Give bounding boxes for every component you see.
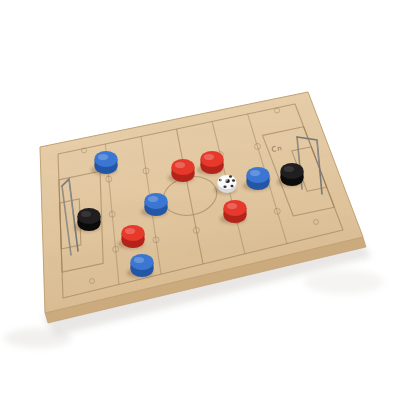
backdrop-smudge-right bbox=[304, 270, 384, 294]
ball-pattern-spot bbox=[232, 179, 235, 182]
ball-pattern-spot bbox=[229, 175, 232, 177]
piece-highlight bbox=[125, 228, 135, 234]
backdrop-smudge-left bbox=[4, 328, 72, 348]
piece-highlight bbox=[98, 154, 108, 160]
piece-highlight bbox=[284, 166, 294, 172]
piece-highlight bbox=[148, 196, 158, 202]
piece-highlight bbox=[175, 162, 185, 168]
piece-highlight bbox=[204, 154, 214, 160]
piece-highlight bbox=[227, 203, 237, 209]
piece-highlight bbox=[134, 257, 144, 263]
ball-pattern-spot bbox=[231, 185, 234, 187]
ball-pattern-spot bbox=[223, 186, 226, 188]
photo-canvas: Cn bbox=[0, 0, 396, 396]
scene-svg: Cn bbox=[0, 0, 396, 396]
piece-highlight bbox=[81, 211, 91, 217]
piece-highlight bbox=[220, 177, 228, 182]
piece-highlight bbox=[250, 170, 260, 176]
